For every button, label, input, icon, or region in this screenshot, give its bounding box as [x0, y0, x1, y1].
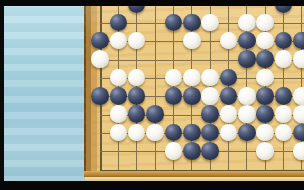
black-stone[interactable] — [238, 32, 256, 50]
black-stone[interactable] — [128, 87, 146, 105]
white-stone[interactable] — [128, 124, 146, 142]
black-stone[interactable] — [220, 87, 238, 105]
black-stone[interactable] — [201, 142, 219, 160]
white-stone[interactable] — [238, 14, 256, 32]
black-stone[interactable] — [165, 124, 183, 142]
black-stone[interactable] — [293, 124, 304, 142]
black-stone[interactable] — [165, 14, 183, 32]
white-stone[interactable] — [110, 124, 128, 142]
black-stone[interactable] — [165, 87, 183, 105]
white-stone[interactable] — [201, 69, 219, 87]
black-stone[interactable] — [146, 105, 164, 123]
white-stone[interactable] — [256, 69, 274, 87]
video-frame — [0, 0, 304, 190]
black-stone[interactable] — [275, 32, 293, 50]
black-stone[interactable] — [275, 87, 293, 105]
go-board — [84, 0, 304, 177]
screen-left-edge — [0, 0, 4, 190]
black-stone[interactable] — [201, 124, 219, 142]
white-stone[interactable] — [128, 69, 146, 87]
white-stone[interactable] — [238, 87, 256, 105]
white-stone[interactable] — [256, 32, 274, 50]
white-stone[interactable] — [256, 142, 274, 160]
grid-vline — [155, 5, 156, 171]
white-stone[interactable] — [183, 69, 201, 87]
white-stone[interactable] — [201, 87, 219, 105]
black-stone[interactable] — [183, 142, 201, 160]
black-stone[interactable] — [238, 124, 256, 142]
white-stone[interactable] — [220, 105, 238, 123]
white-stone[interactable] — [128, 32, 146, 50]
white-stone[interactable] — [110, 32, 128, 50]
white-stone[interactable] — [293, 105, 304, 123]
white-stone[interactable] — [275, 105, 293, 123]
white-stone[interactable] — [220, 32, 238, 50]
black-stone[interactable] — [293, 32, 304, 50]
white-stone[interactable] — [146, 124, 164, 142]
go-board-grid[interactable] — [84, 0, 304, 177]
black-stone[interactable] — [220, 69, 238, 87]
white-stone[interactable] — [293, 142, 304, 160]
white-stone[interactable] — [275, 50, 293, 68]
black-stone[interactable] — [183, 14, 201, 32]
black-stone[interactable] — [238, 50, 256, 68]
white-stone[interactable] — [91, 50, 109, 68]
white-stone[interactable] — [256, 124, 274, 142]
letterbox-top — [0, 0, 304, 6]
white-stone[interactable] — [165, 69, 183, 87]
white-stone[interactable] — [201, 14, 219, 32]
white-stone[interactable] — [238, 105, 256, 123]
black-stone[interactable] — [128, 105, 146, 123]
black-stone[interactable] — [256, 50, 274, 68]
grid-hline — [100, 170, 304, 172]
black-stone[interactable] — [256, 105, 274, 123]
black-stone[interactable] — [110, 87, 128, 105]
white-stone[interactable] — [183, 32, 201, 50]
white-stone[interactable] — [165, 142, 183, 160]
table-surface — [3, 0, 85, 181]
black-stone[interactable] — [91, 32, 109, 50]
white-stone[interactable] — [293, 87, 304, 105]
white-stone[interactable] — [256, 14, 274, 32]
white-stone[interactable] — [110, 105, 128, 123]
black-stone[interactable] — [110, 14, 128, 32]
black-stone[interactable] — [183, 124, 201, 142]
black-stone[interactable] — [256, 87, 274, 105]
white-stone[interactable] — [220, 124, 238, 142]
black-stone[interactable] — [183, 87, 201, 105]
white-stone[interactable] — [275, 124, 293, 142]
white-stone[interactable] — [293, 50, 304, 68]
letterbox-bottom — [0, 181, 304, 190]
black-stone[interactable] — [91, 87, 109, 105]
black-stone[interactable] — [201, 105, 219, 123]
white-stone[interactable] — [110, 69, 128, 87]
